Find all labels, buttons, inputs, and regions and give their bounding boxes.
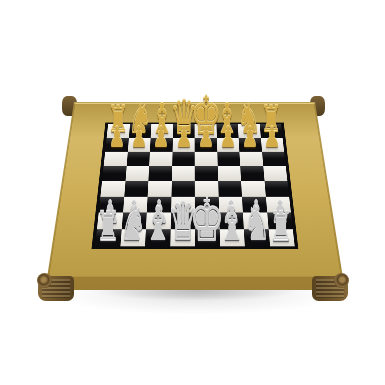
square-f5[interactable] (217, 166, 241, 181)
piece-black-gold-pawn-c7[interactable]: ♟ (153, 122, 170, 151)
board-foot-front-left (38, 276, 74, 301)
foot-scroll-icon (37, 273, 52, 288)
square-b6[interactable] (126, 152, 150, 166)
board-foot-front-right (312, 276, 348, 301)
foot-scroll-icon (334, 273, 349, 288)
piece-white-silver-rook-h1[interactable]: ♜ (269, 205, 294, 247)
square-b5[interactable] (125, 166, 149, 181)
square-a5[interactable] (102, 166, 126, 181)
chess-set-photo: ♜♞♝♛♚♝♞♜♟♟♟♟♟♟♟♟♟♟♟♟♟♟♟♟♜♞♝♛♚♝♞♜ (0, 0, 385, 385)
piece-black-gold-pawn-b7[interactable]: ♟ (131, 122, 148, 151)
piece-black-gold-pawn-a7[interactable]: ♟ (109, 122, 126, 151)
square-h6[interactable] (262, 152, 286, 166)
piece-black-gold-pawn-d7[interactable]: ♟ (175, 122, 192, 151)
square-g6[interactable] (239, 152, 263, 166)
piece-white-silver-bishop-f1[interactable]: ♝ (218, 201, 246, 248)
piece-black-gold-pawn-f7[interactable]: ♟ (219, 122, 236, 151)
square-g5[interactable] (240, 166, 264, 181)
piece-black-gold-pawn-h7[interactable]: ♟ (264, 122, 281, 151)
square-d5[interactable] (172, 166, 195, 181)
square-e5[interactable] (195, 166, 218, 181)
piece-black-gold-pawn-e7[interactable]: ♟ (197, 122, 214, 151)
piece-black-gold-pawn-g7[interactable]: ♟ (242, 122, 259, 151)
square-f6[interactable] (217, 152, 240, 166)
square-h5[interactable] (263, 166, 287, 181)
piece-white-silver-knight-b1[interactable]: ♞ (119, 201, 147, 248)
square-e6[interactable] (195, 152, 218, 166)
square-a6[interactable] (104, 152, 128, 166)
square-c5[interactable] (148, 166, 172, 181)
square-d6[interactable] (172, 152, 195, 166)
square-c6[interactable] (149, 152, 172, 166)
piece-white-silver-knight-g1[interactable]: ♞ (243, 201, 271, 248)
piece-white-silver-rook-a1[interactable]: ♜ (96, 205, 121, 247)
